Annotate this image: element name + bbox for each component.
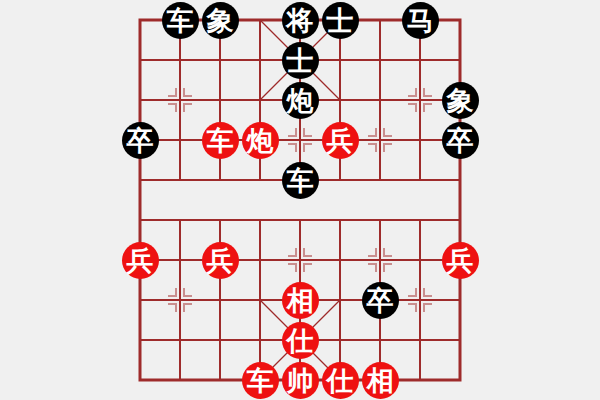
piece-red-soldier[interactable]: 兵 (202, 242, 239, 279)
piece-red-cannon[interactable]: 炮 (242, 122, 279, 159)
piece-black-general[interactable]: 将 (282, 2, 319, 39)
piece-black-chariot[interactable]: 车 (162, 2, 199, 39)
piece-red-chariot[interactable]: 车 (242, 362, 279, 399)
piece-red-soldier[interactable]: 兵 (442, 242, 479, 279)
xiangqi-board[interactable]: 车象将士马士炮象卒车炮兵卒车兵兵兵相卒仕车帅仕相 (0, 0, 600, 400)
piece-black-elephant[interactable]: 象 (442, 82, 479, 119)
piece-black-soldier[interactable]: 卒 (442, 122, 479, 159)
piece-black-horse[interactable]: 马 (402, 2, 439, 39)
piece-black-elephant[interactable]: 象 (202, 2, 239, 39)
piece-black-cannon[interactable]: 炮 (282, 82, 319, 119)
piece-red-soldier[interactable]: 兵 (322, 122, 359, 159)
piece-layer: 车象将士马士炮象卒车炮兵卒车兵兵兵相卒仕车帅仕相 (120, 0, 480, 400)
piece-black-soldier[interactable]: 卒 (122, 122, 159, 159)
piece-red-soldier[interactable]: 兵 (122, 242, 159, 279)
piece-black-chariot[interactable]: 车 (282, 162, 319, 199)
piece-black-advisor[interactable]: 士 (322, 2, 359, 39)
piece-red-elephant[interactable]: 相 (282, 282, 319, 319)
piece-red-chariot[interactable]: 车 (202, 122, 239, 159)
piece-red-advisor[interactable]: 仕 (322, 362, 359, 399)
piece-red-elephant[interactable]: 相 (362, 362, 399, 399)
piece-red-general[interactable]: 帅 (282, 362, 319, 399)
piece-black-advisor[interactable]: 士 (282, 42, 319, 79)
piece-black-soldier[interactable]: 卒 (362, 282, 399, 319)
piece-red-advisor[interactable]: 仕 (282, 322, 319, 359)
